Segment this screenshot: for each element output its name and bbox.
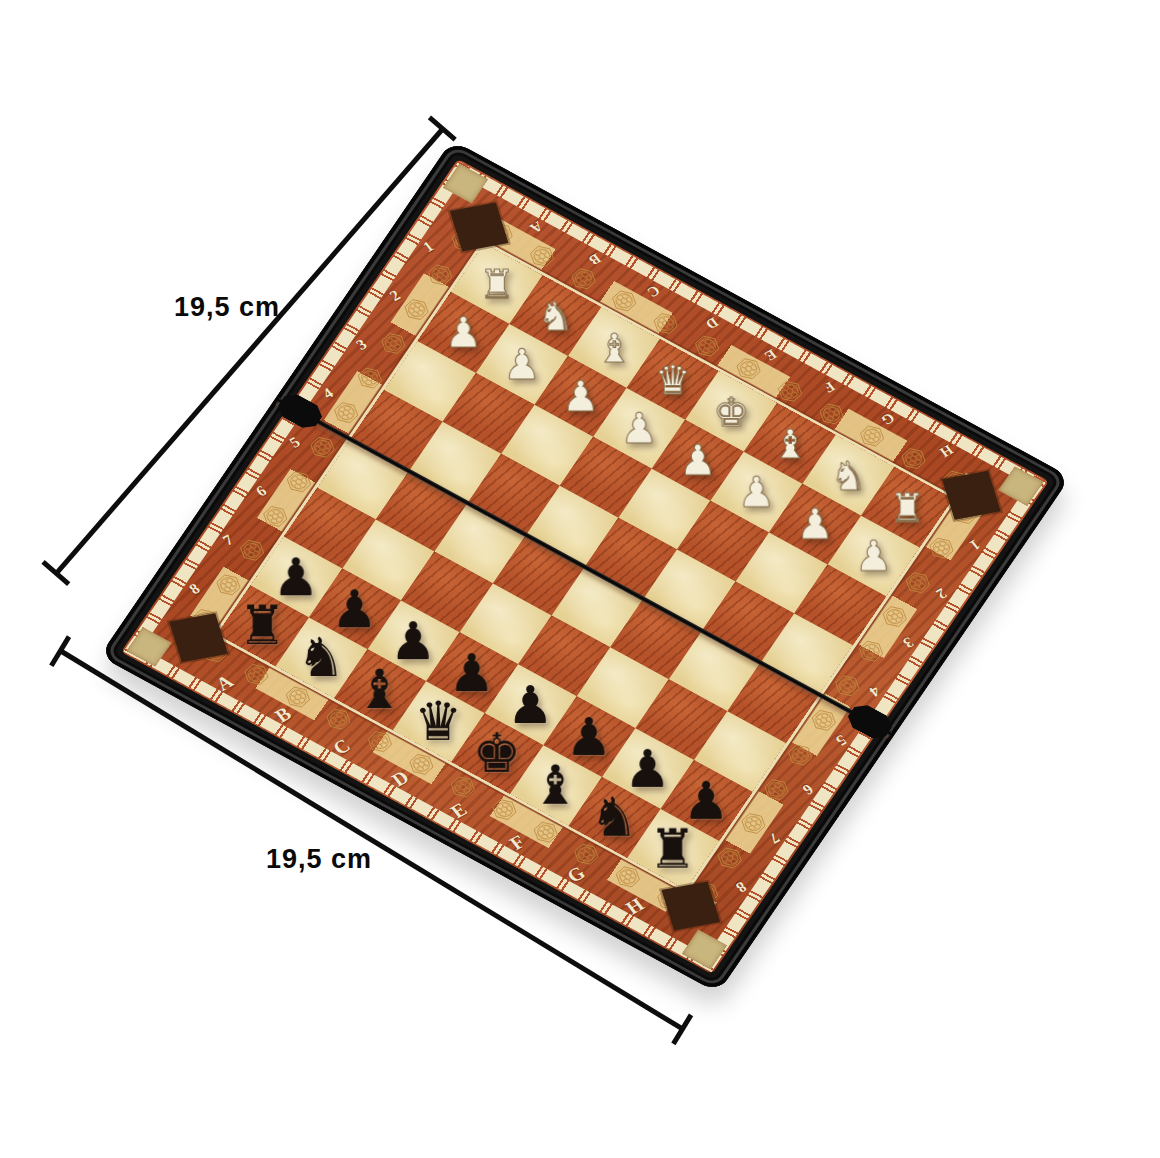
piece-white-king: ♚ bbox=[713, 391, 749, 431]
hexagon-medallion-icon bbox=[489, 796, 518, 822]
hexagon-medallion-icon bbox=[378, 331, 407, 357]
hexagon-medallion-icon bbox=[775, 378, 804, 404]
hexagon-medallion-icon bbox=[284, 468, 313, 494]
piece-white-pawn: ♟ bbox=[503, 343, 541, 385]
hexagon-medallion-icon bbox=[407, 751, 436, 777]
hexagon-medallion-icon bbox=[308, 434, 337, 460]
rank-label-left-7: 7 bbox=[220, 531, 238, 549]
piece-black-rook: ♜ bbox=[239, 599, 287, 653]
piece-black-bishop: ♝ bbox=[356, 663, 404, 717]
rank-label-right-7: 7 bbox=[766, 829, 784, 847]
piece-black-bishop: ♝ bbox=[532, 759, 580, 813]
chess-board: AA11BB22CC33DD44EE55FF66GG77HH88 ♜♞♝♛♚♝♞… bbox=[99, 140, 1070, 993]
rank-label-right-4: 4 bbox=[866, 682, 884, 700]
hexagon-medallion-icon bbox=[816, 400, 845, 426]
hexagon-medallion-icon bbox=[527, 243, 556, 269]
piece-white-pawn: ♟ bbox=[562, 375, 600, 417]
hexagon-medallion-icon bbox=[569, 265, 598, 291]
hexagon-medallion-icon bbox=[692, 333, 721, 359]
hexagon-medallion-icon bbox=[739, 810, 768, 836]
rank-label-left-5: 5 bbox=[286, 433, 304, 451]
hexagon-medallion-icon bbox=[426, 262, 455, 288]
piece-white-pawn: ♟ bbox=[445, 312, 483, 354]
rank-label-right-2: 2 bbox=[933, 584, 951, 602]
hexagon-medallion-icon bbox=[856, 638, 885, 664]
hexagon-medallion-icon bbox=[734, 355, 763, 381]
piece-black-queen: ♛ bbox=[415, 695, 463, 749]
rank-label-right-1: 1 bbox=[966, 535, 984, 553]
piece-white-pawn: ♟ bbox=[855, 535, 893, 577]
hexagon-medallion-icon bbox=[833, 673, 862, 699]
piece-white-rook: ♜ bbox=[889, 487, 925, 527]
hexagon-medallion-icon bbox=[762, 776, 791, 802]
hexagon-medallion-icon bbox=[858, 423, 887, 449]
hexagon-medallion-icon bbox=[927, 535, 956, 561]
hexagon-medallion-icon bbox=[331, 399, 360, 425]
rank-label-left-1: 1 bbox=[420, 238, 438, 256]
piece-black-knight: ♞ bbox=[297, 631, 345, 685]
rank-label-right-3: 3 bbox=[899, 633, 917, 651]
hexagon-medallion-icon bbox=[880, 604, 909, 630]
piece-white-pawn: ♟ bbox=[620, 407, 658, 449]
piece-white-bishop: ♝ bbox=[596, 327, 632, 367]
hexagon-medallion-icon bbox=[613, 864, 642, 890]
rank-label-left-8: 8 bbox=[186, 580, 204, 598]
hexagon-medallion-icon bbox=[903, 569, 932, 595]
hexagon-medallion-icon bbox=[715, 845, 744, 871]
piece-black-king: ♚ bbox=[473, 727, 521, 781]
hexagon-medallion-icon bbox=[786, 742, 815, 768]
file-label-top-f: F bbox=[820, 378, 838, 395]
hexagon-medallion-icon bbox=[237, 537, 266, 563]
hexagon-medallion-icon bbox=[402, 296, 431, 322]
piece-white-knight: ♞ bbox=[830, 455, 866, 495]
hexagon-medallion-icon bbox=[610, 288, 639, 314]
file-label-top-b: B bbox=[585, 250, 604, 268]
rank-label-left-6: 6 bbox=[253, 482, 271, 500]
hexagon-medallion-icon bbox=[355, 365, 384, 391]
rank-label-left-3: 3 bbox=[353, 336, 371, 354]
hexagon-medallion-icon bbox=[809, 707, 838, 733]
hexagon-medallion-icon bbox=[651, 310, 680, 336]
rank-label-right-6: 6 bbox=[799, 780, 817, 798]
hexagon-medallion-icon bbox=[324, 706, 353, 732]
piece-black-knight: ♞ bbox=[590, 790, 638, 844]
rank-label-right-5: 5 bbox=[833, 731, 851, 749]
piece-white-knight: ♞ bbox=[537, 296, 573, 336]
product-photo: AA11BB22CC33DD44EE55FF66GG77HH88 ♜♞♝♛♚♝♞… bbox=[0, 0, 1160, 1158]
hexagon-medallion-icon bbox=[242, 661, 271, 687]
rank-label-right-8: 8 bbox=[732, 878, 750, 896]
rank-label-left-2: 2 bbox=[387, 287, 405, 305]
file-label-top-e: E bbox=[761, 346, 780, 364]
piece-white-pawn: ♟ bbox=[738, 471, 776, 513]
hexagon-medallion-icon bbox=[365, 729, 394, 755]
hexagon-medallion-icon bbox=[899, 445, 928, 471]
dimension-label-width: 19,5 cm bbox=[266, 844, 372, 875]
dimension-label-height: 19,5 cm bbox=[174, 292, 280, 323]
hexagon-medallion-icon bbox=[261, 503, 290, 529]
hexagon-medallion-icon bbox=[531, 819, 560, 845]
piece-white-queen: ♛ bbox=[655, 359, 691, 399]
piece-white-pawn: ♟ bbox=[796, 503, 834, 545]
piece-white-pawn: ♟ bbox=[679, 439, 717, 481]
piece-white-rook: ♜ bbox=[479, 264, 515, 304]
piece-black-rook: ♜ bbox=[649, 822, 697, 876]
rank-label-left-4: 4 bbox=[320, 384, 338, 402]
piece-white-bishop: ♝ bbox=[772, 423, 808, 463]
